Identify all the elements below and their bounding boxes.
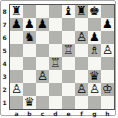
square-a2: ♙ [10,83,23,96]
square-d3 [49,70,62,83]
square-d4: ♖ [49,57,62,70]
white-pawn-f6: ♙ [76,31,87,44]
square-h4 [101,57,114,70]
square-a4 [10,57,23,70]
rank-label-3: 3 [1,70,8,83]
file-label-f: f [75,110,88,117]
square-d7 [49,18,62,31]
square-c8 [36,5,49,18]
square-h5: ♙ [101,44,114,57]
square-b4 [23,57,36,70]
square-h3 [101,70,114,83]
black-queen-b1: ♛ [24,96,35,109]
file-label-d: d [49,110,62,117]
square-d2 [49,83,62,96]
square-d6 [49,31,62,44]
rank-label-8: 8 [1,5,8,18]
file-label-h: h [101,110,114,117]
black-pawn-a7: ♟ [11,18,22,31]
square-h2: ♔ [101,83,114,96]
chess-board: ♜♝♜♚♟♟♟♟♞♙♟♖♗♙♖♙♛♙♙♙♔♛ [9,4,115,110]
square-b2 [23,83,36,96]
square-f2: ♙ [75,83,88,96]
black-pawn-c7: ♟ [37,18,48,31]
white-bishop-g5: ♗ [89,44,100,57]
black-king-g8: ♚ [89,5,100,18]
square-b3 [23,70,36,83]
square-a6 [10,31,23,44]
square-e5: ♖ [62,44,75,57]
square-f3 [75,70,88,83]
square-d1 [49,96,62,109]
square-c3: ♙ [36,70,49,83]
square-g2: ♙ [88,83,101,96]
file-label-c: c [36,110,49,117]
square-c2 [36,83,49,96]
black-pawn-g6: ♟ [89,31,100,44]
square-g8: ♚ [88,5,101,18]
black-pawn-b7: ♟ [24,18,35,31]
rank-label-2: 2 [1,83,8,96]
square-f4 [75,57,88,70]
square-c4 [36,57,49,70]
square-b7: ♟ [23,18,36,31]
white-rook-d4: ♖ [50,57,61,70]
square-c5 [36,44,49,57]
black-rook-f8: ♜ [76,5,87,18]
square-e4 [62,57,75,70]
square-a3 [10,70,23,83]
square-g3: ♛ [88,70,101,83]
square-b6: ♞ [23,31,36,44]
square-h7: ♟ [101,18,114,31]
white-pawn-a2: ♙ [11,83,22,96]
file-label-b: b [23,110,36,117]
square-b5 [23,44,36,57]
rank-label-5: 5 [1,44,8,57]
square-b1: ♛ [23,96,36,109]
rank-label-7: 7 [1,18,8,31]
square-e8: ♝ [62,5,75,18]
square-a1 [10,96,23,109]
square-f5 [75,44,88,57]
file-label-a: a [10,110,23,117]
white-rook-e5: ♖ [63,44,74,57]
black-pawn-h7: ♟ [102,18,113,31]
square-c6 [36,31,49,44]
square-h1 [101,96,114,109]
square-d5 [49,44,62,57]
file-labels: abcdefgh [10,110,114,117]
square-g4 [88,57,101,70]
square-f1 [75,96,88,109]
black-rook-a8: ♜ [11,5,22,18]
square-h6 [101,31,114,44]
square-d8 [49,5,62,18]
square-f7 [75,18,88,31]
rank-label-1: 1 [1,96,8,109]
white-king-h2: ♔ [102,83,113,96]
black-knight-b6: ♞ [24,31,35,44]
square-g5: ♗ [88,44,101,57]
white-pawn-h5: ♙ [102,44,113,57]
file-label-e: e [62,110,75,117]
square-g6: ♟ [88,31,101,44]
square-a7: ♟ [10,18,23,31]
white-pawn-g2: ♙ [89,83,100,96]
square-e6 [62,31,75,44]
square-e1 [62,96,75,109]
white-pawn-f2: ♙ [76,83,87,96]
square-e2 [62,83,75,96]
square-g7 [88,18,101,31]
square-c7: ♟ [36,18,49,31]
file-label-g: g [88,110,101,117]
square-e3 [62,70,75,83]
black-bishop-e8: ♝ [63,5,74,18]
square-a5 [10,44,23,57]
square-e7 [62,18,75,31]
chess-diagram: 87654321 ♜♝♜♚♟♟♟♟♞♙♟♖♗♙♖♙♛♙♙♙♔♛ abcdefgh [0,0,116,116]
square-a8: ♜ [10,5,23,18]
square-f6: ♙ [75,31,88,44]
white-pawn-c3: ♙ [37,70,48,83]
rank-labels: 87654321 [1,5,8,109]
rank-label-4: 4 [1,57,8,70]
black-queen-g3: ♛ [89,70,100,83]
square-h8 [101,5,114,18]
square-c1 [36,96,49,109]
square-g1 [88,96,101,109]
square-b8 [23,5,36,18]
rank-label-6: 6 [1,31,8,44]
square-f8: ♜ [75,5,88,18]
